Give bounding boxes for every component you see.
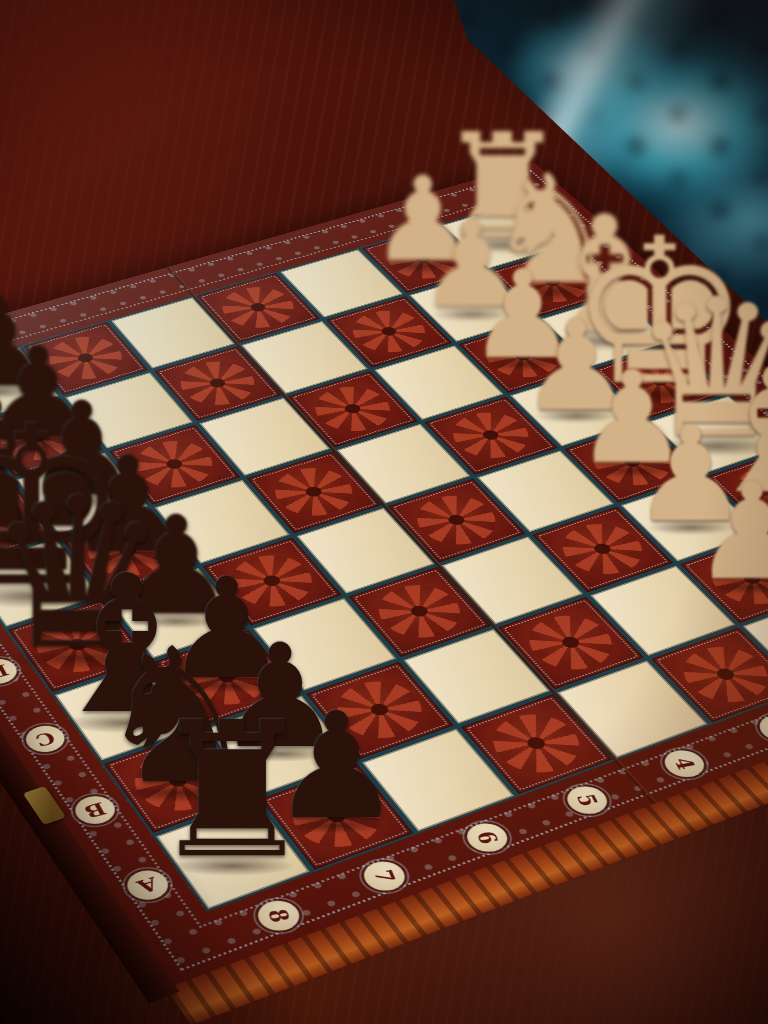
- pieces-layer: ♜♞♝♛♚♝♞♜♟♟♟♟♟♟♟♟♟♟♟♟♟♟♟♟♜♞♝♛♚♝♞♜: [0, 0, 768, 1024]
- piece-white-pawn[interactable]: ♟: [755, 526, 768, 663]
- piece-black-rook[interactable]: ♜: [149, 697, 317, 884]
- photo-stage: A8B7C6D5E4F3G2H1 ♜♞♝♛♚♝♞♜♟♟♟♟♟♟♟♟♟♟♟♟♟♟♟…: [0, 0, 768, 1024]
